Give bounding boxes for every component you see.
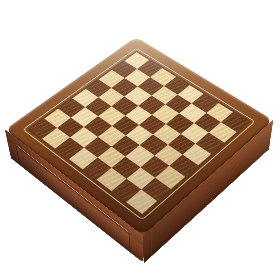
- board-square: [42, 128, 70, 149]
- board-square: [83, 158, 112, 180]
- board-square: [97, 168, 126, 191]
- board-square: [112, 179, 141, 202]
- board-square: [181, 123, 209, 143]
- board-square: [56, 138, 84, 159]
- board-square: [126, 125, 154, 146]
- board-square: [126, 146, 154, 168]
- board-top-face: [5, 37, 274, 236]
- board-square: [141, 178, 170, 201]
- board-square: [127, 190, 157, 214]
- board-square: [98, 146, 126, 168]
- board-square: [84, 137, 112, 158]
- chess-board: [5, 37, 274, 236]
- board-square: [140, 156, 169, 178]
- board-square: [70, 127, 98, 148]
- board-square: [126, 167, 155, 190]
- board-square: [140, 135, 168, 156]
- board-square: [168, 134, 196, 155]
- board-square: [112, 157, 141, 179]
- board-square: [154, 145, 182, 166]
- board-square: [155, 166, 184, 189]
- board-square: [196, 133, 224, 154]
- product-photo-stage: [0, 0, 280, 280]
- board-square: [98, 126, 126, 147]
- board-square: [112, 136, 140, 157]
- board-square: [153, 124, 181, 144]
- board-square: [183, 144, 211, 165]
- board-square: [209, 122, 237, 142]
- board-square: [69, 147, 97, 169]
- board-square: [169, 155, 198, 177]
